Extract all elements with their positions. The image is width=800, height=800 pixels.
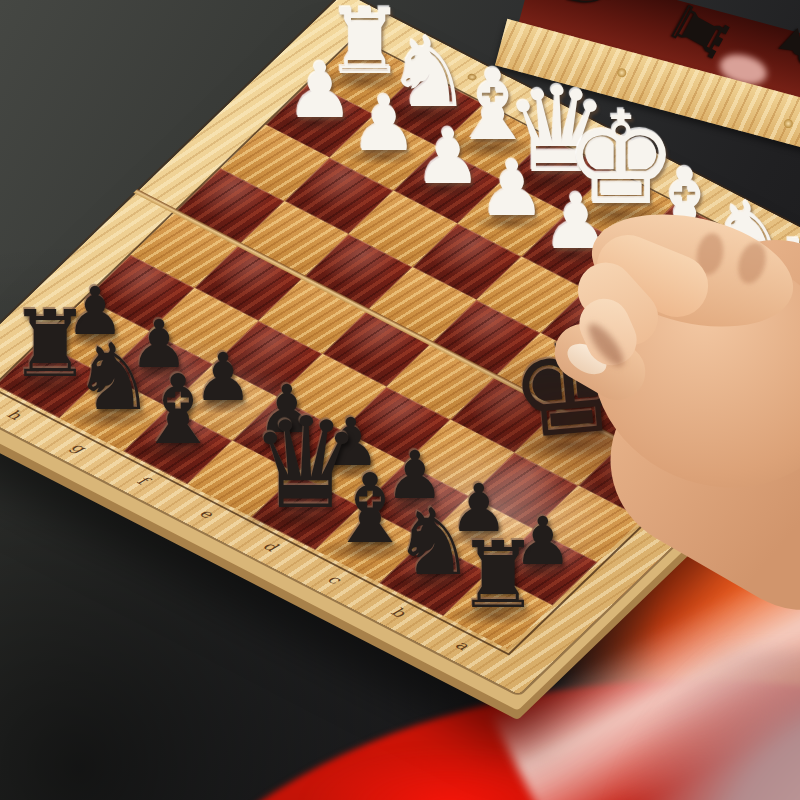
- piece-white-pawn-g2[interactable]: ♟: [350, 86, 418, 162]
- piece-shadow: [279, 114, 355, 132]
- piece-black-bishop-f8[interactable]: ♝: [135, 361, 221, 457]
- piece-shadow: [448, 604, 540, 626]
- piece-white-pawn-e2[interactable]: ♟: [478, 152, 546, 228]
- piece-shadow: [343, 147, 419, 165]
- scene: ♞ ♜ ♝ h g f e d c b a ♜♞♝♛♝♞♜♟♟♟♟♟♟♟♟♚♟♟…: [0, 0, 800, 800]
- piece-shadow: [407, 180, 483, 198]
- piece-white-pawn-h2[interactable]: ♟: [286, 53, 354, 129]
- piece-black-rook-a8[interactable]: ♜: [457, 530, 539, 622]
- piece-shadow: [126, 439, 222, 462]
- piece-white-pawn-f2[interactable]: ♟: [414, 119, 482, 195]
- piece-shadow: [471, 213, 547, 231]
